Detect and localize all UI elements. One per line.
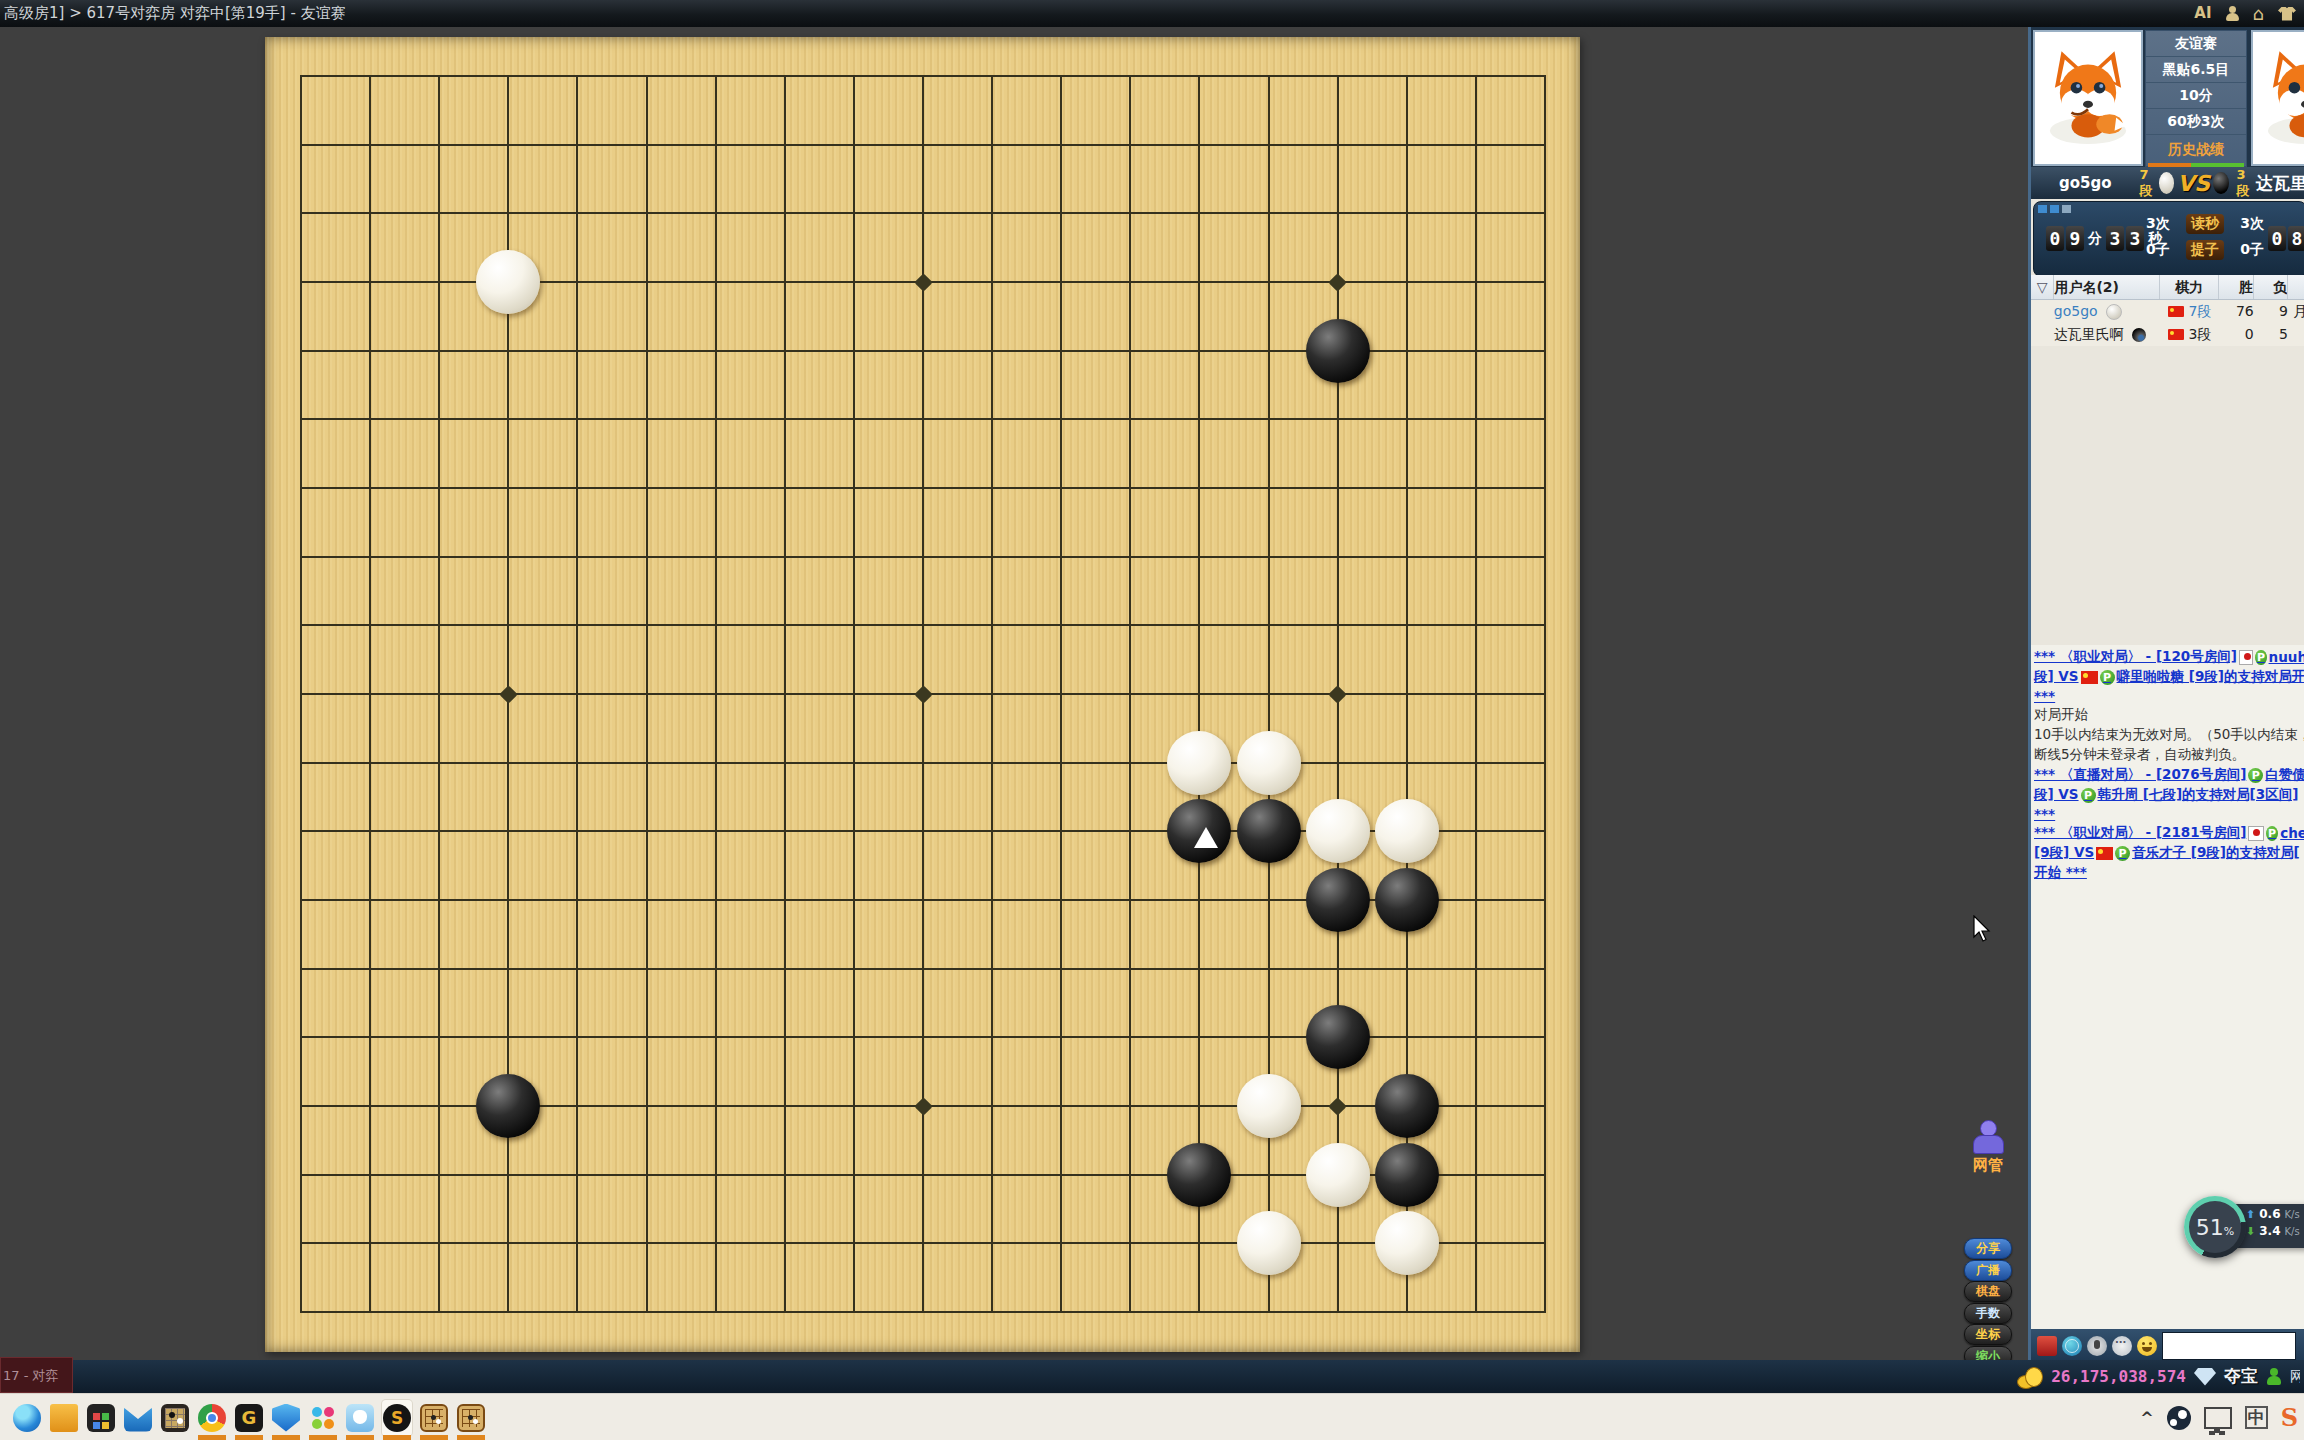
taskbar-icon-edge[interactable] (12, 1400, 42, 1436)
running-indicator (346, 1435, 374, 1440)
white-stone-icon (2159, 172, 2174, 194)
jp-flag-icon (2248, 826, 2264, 841)
running-indicator (383, 1435, 411, 1440)
friends-icon[interactable] (2266, 1368, 2282, 1386)
black-stone (476, 1074, 540, 1138)
diamond-icon (2194, 1368, 2216, 1386)
tray-chevron-icon[interactable]: ^ (2140, 1408, 2153, 1427)
grid-line (1475, 75, 1477, 1313)
sdark-icon: S (383, 1404, 411, 1432)
user-losses: 5 (2254, 323, 2288, 346)
white-player-rank: 7段 (2140, 167, 2155, 200)
coins-amount: 26,175,038,574 (2051, 1367, 2186, 1386)
user-rank: 7段 (2160, 300, 2219, 323)
sidebar: 友谊赛 黑贴6.5目 10分 60秒3次 历史战绩 (2028, 27, 2304, 1360)
user-extra (2288, 323, 2304, 346)
board-tool-pill-坐标[interactable]: 坐标 (1964, 1324, 2012, 1345)
taskbar-icon-gapp[interactable]: G (234, 1400, 264, 1436)
desktop: 高级房1] > 617号对弈房 对弈中[第19手] - 友谊赛 AI ⌂ 网管 … (0, 0, 2304, 1440)
black-stone (1375, 868, 1439, 932)
board-tool-pill-分享[interactable]: 分享 (1964, 1238, 2012, 1259)
user-losses: 9 (2254, 300, 2288, 323)
edge-icon (13, 1404, 41, 1432)
black-player-name[interactable]: 达瓦里 (2256, 172, 2304, 195)
grid-line (300, 1242, 1546, 1244)
black-stone (1306, 868, 1370, 932)
white-stone (1167, 731, 1231, 795)
black-captures: 0子 (2240, 241, 2264, 259)
fox-icon (346, 1404, 374, 1432)
taskbar-icon-goldboard[interactable] (456, 1400, 486, 1436)
gapp-icon: G (235, 1404, 263, 1432)
app-bottom-strip: 17 - 对弈 26,175,038,574 夺宝 网 (0, 1360, 2304, 1393)
grid-line (1060, 75, 1062, 1313)
clock-digit: 9 (2066, 226, 2084, 251)
ime-indicator[interactable]: 中 (2245, 1406, 2268, 1429)
goldboard-icon (420, 1404, 448, 1432)
white-stone (1306, 1143, 1370, 1207)
players-bar: go5go 7段 VS 3段 达瓦里 (2031, 167, 2304, 199)
goldboard-icon (457, 1404, 485, 1432)
pro-badge-icon: P (2248, 768, 2263, 783)
taskbar: GS ^ 中 S (0, 1393, 2304, 1440)
black-stone (1237, 799, 1301, 863)
black-stone-icon (2213, 172, 2228, 194)
admin-icon (1971, 1120, 2005, 1154)
black-stone (1306, 1005, 1370, 1069)
running-indicator (235, 1435, 263, 1440)
shield-icon (272, 1404, 300, 1432)
cn-flag-icon (2096, 847, 2113, 860)
taskbar-icon-mail[interactable] (123, 1400, 153, 1436)
col-wins[interactable]: 胜 (2218, 275, 2253, 299)
pro-badge-icon: P (2115, 846, 2130, 861)
flower-icon (309, 1404, 337, 1432)
white-stone (1375, 799, 1439, 863)
user-list-header[interactable]: ▽ 用户名(2) 棋力 胜 负 (2031, 275, 2304, 300)
microphone-icon[interactable] (2087, 1336, 2107, 1356)
byoyomi-label: 读秒 (2186, 214, 2224, 234)
running-indicator (457, 1435, 485, 1440)
running-indicator (309, 1435, 337, 1440)
black-clock: 0 8 分 (2268, 226, 2304, 251)
clock-panel: 0 9 分 3 3 秒 3次 读秒 3次 0子 提子 0子 (2033, 201, 2304, 277)
clock-digit: 8 (2288, 226, 2304, 251)
user-rank: 3段 (2160, 323, 2219, 346)
white-stone (1237, 731, 1301, 795)
main-time: 10分 (2146, 83, 2246, 109)
globe-icon[interactable] (2062, 1336, 2082, 1356)
display-icon[interactable] (2204, 1407, 2232, 1429)
running-indicator (272, 1435, 300, 1440)
taskbar-icon-store[interactable] (86, 1400, 116, 1436)
mail-icon (124, 1404, 152, 1432)
match-type: 友谊赛 (2146, 31, 2246, 57)
pro-badge-icon: P (2255, 650, 2266, 665)
pro-badge-icon: P (2266, 826, 2278, 841)
captures-label: 提子 (2186, 240, 2224, 260)
filter-icon[interactable]: ▽ (2031, 275, 2053, 299)
pro-badge-icon: P (2081, 788, 2096, 803)
board-tool-pill-广播[interactable]: 广播 (1964, 1260, 2012, 1281)
admin-widget[interactable]: 网管 (1962, 1120, 2014, 1175)
taskbar-icon-goboard[interactable] (160, 1400, 190, 1436)
cn-flag-icon (2081, 671, 2098, 684)
explorer-icon (50, 1404, 78, 1432)
pro-badge-icon: P (2100, 670, 2115, 685)
col-username[interactable]: 用户名(2) (2053, 275, 2159, 299)
white-stone (1375, 1211, 1439, 1275)
clock-digit: 3 (2106, 226, 2124, 251)
board-tool-pill-手数[interactable]: 手数 (1964, 1303, 2012, 1324)
grid-line (991, 75, 993, 1313)
goboard-icon (161, 1404, 189, 1432)
chat-game-link[interactable]: *** 〈职业对局〉 - [2181号房间] Pche (2031, 823, 2304, 843)
progress-percent: 51 (2196, 1215, 2224, 1240)
running-indicator (420, 1435, 448, 1440)
chat-info-line: 10手以内结束为无效对局。（50手以内结束，支 (2031, 725, 2304, 745)
app-title-bar: 高级房1] > 617号对弈房 对弈中[第19手] - 友谊赛 AI ⌂ (0, 0, 2304, 27)
chat-game-link[interactable]: [9段] VS P音乐才子 [9段]的支持对局[ (2031, 843, 2304, 863)
chat-game-link[interactable]: *** (2031, 687, 2304, 705)
white-captures: 0子 (2146, 241, 2170, 259)
grid-line (300, 1311, 1546, 1313)
connection-indicator (2038, 205, 2071, 213)
ai-button[interactable]: AI (2194, 0, 2211, 27)
black-stone (1167, 1143, 1231, 1207)
col-extra[interactable] (2287, 275, 2304, 299)
col-losses[interactable]: 负 (2253, 275, 2288, 299)
fox-mascot-icon (2035, 32, 2141, 160)
progress-ring[interactable]: 51% (2184, 1196, 2246, 1258)
treasure-button[interactable]: 夺宝 (2224, 1365, 2258, 1388)
grid-line (1544, 75, 1546, 1313)
user-row[interactable]: 达瓦里氏啊 3段05 (2031, 323, 2304, 346)
white-stone (1306, 799, 1370, 863)
grid-line (1198, 75, 1200, 1313)
speech-bubble-icon[interactable] (2112, 1336, 2132, 1356)
black-stone-icon (2132, 328, 2146, 342)
col-rank[interactable]: 棋力 (2159, 275, 2218, 299)
user-row[interactable]: go5go 7段769月 (2031, 300, 2304, 323)
black-periods: 3次 (2240, 215, 2264, 233)
phone-icon[interactable] (2037, 1336, 2057, 1356)
grid-line (1129, 75, 1131, 1313)
user-list: ▽ 用户名(2) 棋力 胜 负 go5go 7段769月达瓦里氏啊 3段05 (2031, 275, 2304, 346)
clock-digit: 0 (2268, 226, 2286, 251)
background-window-tab[interactable]: 17 - 对弈 (0, 1357, 73, 1393)
emoji-icon[interactable] (2137, 1336, 2157, 1356)
sogou-icon[interactable]: S (2281, 1403, 2298, 1432)
admin-label: 网管 (1962, 1156, 2014, 1175)
white-stone-icon (2106, 304, 2122, 320)
profile-icon[interactable] (2226, 6, 2239, 21)
chat-game-link[interactable]: 开始 *** (2031, 863, 2304, 883)
home-icon[interactable]: ⌂ (2253, 5, 2264, 23)
white-stone (1237, 1074, 1301, 1138)
taskbar-icon-flower[interactable] (308, 1400, 338, 1436)
system-tray: ^ 中 S (2140, 1394, 2298, 1440)
running-indicator (198, 1435, 226, 1440)
taskbar-icon-sdark[interactable]: S (382, 1400, 412, 1436)
user-wins: 0 (2219, 323, 2253, 346)
white-stone (1237, 1211, 1301, 1275)
chrome-icon (198, 1404, 226, 1432)
board-tool-pill-棋盘[interactable]: 棋盘 (1964, 1281, 2012, 1302)
steam-icon[interactable] (2167, 1406, 2191, 1430)
black-player-rank: 3段 (2237, 167, 2252, 200)
taskbar-icon-goldboard[interactable] (419, 1400, 449, 1436)
user-extra: 月 (2288, 300, 2304, 323)
chat-info-line: 断线5分钟未登录者，自动被判负。 (2031, 745, 2304, 765)
black-stone (1375, 1143, 1439, 1207)
upload-icon: ⬆ (2246, 1208, 2255, 1221)
last-move-marker (1194, 827, 1218, 848)
clock-digit: 0 (2046, 226, 2064, 251)
chat-game-link[interactable]: 段] VS P噼里啪啦糖 [9段]的支持对局开 (2031, 667, 2304, 687)
chat-game-link[interactable]: 段] VS P韩升周 [七段]的支持对局[3区间] (2031, 785, 2304, 805)
taskbar-icon-shield[interactable] (271, 1400, 301, 1436)
match-info-panel: 友谊赛 黑贴6.5目 10分 60秒3次 历史战绩 (2145, 30, 2247, 167)
mouse-cursor (1973, 915, 1995, 943)
white-player-avatar[interactable] (2033, 30, 2143, 166)
white-periods: 3次 (2146, 215, 2170, 233)
taskbar-icon-fox[interactable] (345, 1400, 375, 1436)
go-board[interactable] (265, 37, 1580, 1352)
black-player-avatar[interactable] (2251, 30, 2304, 166)
download-speed: 3.4 (2259, 1224, 2280, 1238)
byoyomi-capture-info: 3次 读秒 3次 0子 提子 0子 (2146, 214, 2264, 266)
match-header: 友谊赛 黑贴6.5目 10分 60秒3次 历史战绩 (2031, 27, 2304, 167)
white-player-name[interactable]: go5go (2059, 174, 2112, 192)
fox-mascot-icon (2253, 32, 2304, 160)
grid-line (300, 968, 1546, 970)
chat-game-link[interactable]: *** 〈职业对局〉 - [120号房间] Pnuuh (2031, 647, 2304, 667)
taskbar-icon-explorer[interactable] (49, 1400, 79, 1436)
taskbar-icon-chrome[interactable] (197, 1400, 227, 1436)
black-stone (1375, 1074, 1439, 1138)
clock-digit: 3 (2126, 226, 2144, 251)
download-unit: K/s (2284, 1226, 2299, 1237)
store-icon (87, 1404, 115, 1432)
upload-unit: K/s (2284, 1209, 2299, 1220)
black-stone (1306, 319, 1370, 383)
chat-info-line: 对局开始 (2031, 705, 2304, 725)
user-wins: 76 (2219, 300, 2253, 323)
cn-flag-icon (2168, 329, 2184, 340)
chat-game-link[interactable]: *** (2031, 805, 2304, 823)
cn-flag-icon (2168, 306, 2184, 317)
komi: 黑贴6.5目 (2146, 57, 2246, 83)
white-stone (476, 250, 540, 314)
user-name[interactable]: go5go (2054, 300, 2161, 323)
history-record-link[interactable]: 历史战绩 (2146, 135, 2246, 159)
chat-game-link[interactable]: *** 〈直播对局〉 - [2076号房间] P白赞债 (2031, 765, 2304, 785)
upload-speed: 0.6 (2259, 1207, 2280, 1221)
wardrobe-icon[interactable] (2278, 7, 2296, 21)
download-icon: ⬇ (2246, 1225, 2255, 1238)
chat-input[interactable] (2162, 1332, 2296, 1360)
user-name[interactable]: 达瓦里氏啊 (2054, 323, 2161, 346)
byoyomi-setting: 60秒3次 (2146, 109, 2246, 135)
grid-line (300, 762, 1546, 764)
coins-icon (2017, 1365, 2043, 1389)
window-title: 高级房1] > 617号对弈房 对弈中[第19手] - 友谊赛 (4, 0, 346, 27)
jp-flag-icon (2239, 650, 2254, 665)
vs-label: VS (2177, 171, 2210, 196)
clipped-label: 网 (2290, 1368, 2300, 1386)
chat-toolbar (2031, 1329, 2304, 1363)
minute-label: 分 (2088, 230, 2102, 248)
